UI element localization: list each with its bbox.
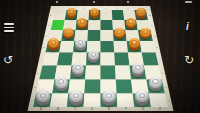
status-icon bbox=[93, 1, 95, 3]
piece-top bbox=[63, 28, 74, 37]
checkers-board[interactable]: AABBCCDDEEFFGGHH8877665544332211 bbox=[0, 0, 200, 113]
piece-ring bbox=[139, 93, 145, 99]
menu-button[interactable] bbox=[4, 23, 16, 34]
piece-top bbox=[72, 63, 84, 74]
piece-silver-c3[interactable] bbox=[72, 63, 84, 77]
piece-ring bbox=[40, 93, 46, 99]
piece-ring bbox=[106, 93, 112, 99]
piece-ring bbox=[80, 19, 85, 23]
piece-orange-h6[interactable] bbox=[140, 28, 151, 40]
piece-top bbox=[149, 77, 162, 89]
piece-orange-g7[interactable] bbox=[126, 18, 136, 30]
piece-silver-a1[interactable] bbox=[36, 90, 50, 106]
piece-top bbox=[114, 28, 125, 37]
status-icon bbox=[185, 1, 192, 3]
piece-ring bbox=[69, 10, 74, 14]
piece-ring bbox=[73, 93, 79, 99]
piece-top bbox=[55, 77, 68, 89]
piece-top bbox=[129, 38, 140, 48]
piece-orange-g5[interactable] bbox=[129, 38, 140, 51]
piece-orange-h8[interactable] bbox=[136, 8, 146, 19]
piece-ring bbox=[75, 65, 81, 70]
undo-button[interactable]: ↺ bbox=[3, 54, 13, 66]
info-icon: i bbox=[186, 21, 189, 32]
piece-orange-c7[interactable] bbox=[77, 18, 87, 30]
piece-top bbox=[135, 90, 149, 102]
piece-top bbox=[136, 8, 146, 17]
redo-button[interactable]: ↻ bbox=[184, 54, 194, 66]
status-bar bbox=[0, 0, 200, 4]
piece-ring bbox=[135, 65, 141, 70]
piece-ring bbox=[117, 30, 122, 34]
piece-ring bbox=[128, 19, 133, 23]
piece-ring bbox=[78, 40, 83, 45]
status-icon bbox=[56, 1, 58, 3]
redo-icon: ↻ bbox=[184, 53, 194, 67]
hamburger-icon bbox=[4, 27, 14, 29]
piece-orange-b8[interactable] bbox=[67, 8, 77, 19]
piece-orange-b6[interactable] bbox=[63, 28, 74, 40]
piece-ring bbox=[58, 79, 64, 84]
piece-top bbox=[140, 28, 151, 37]
app-screen: AABBCCDDEEFFGGHH8877665544332211 ↺ i ↻ bbox=[0, 0, 200, 113]
piece-orange-a5[interactable] bbox=[48, 38, 59, 51]
piece-silver-b2[interactable] bbox=[55, 77, 68, 92]
piece-top bbox=[69, 90, 83, 102]
piece-silver-e1[interactable] bbox=[102, 90, 116, 106]
info-button[interactable]: i bbox=[186, 21, 189, 32]
piece-silver-g3[interactable] bbox=[132, 63, 144, 77]
piece-silver-c5[interactable] bbox=[75, 38, 86, 51]
piece-ring bbox=[92, 10, 97, 14]
hamburger-icon bbox=[4, 23, 14, 25]
piece-top bbox=[132, 63, 144, 74]
piece-orange-d8[interactable] bbox=[90, 8, 100, 19]
status-icon bbox=[127, 1, 129, 3]
piece-ring bbox=[131, 40, 136, 45]
piece-top bbox=[36, 90, 50, 102]
piece-ring bbox=[91, 52, 97, 57]
piece-ring bbox=[66, 30, 71, 34]
piece-ring bbox=[51, 40, 56, 45]
piece-silver-h2[interactable] bbox=[149, 77, 162, 92]
piece-top bbox=[77, 18, 87, 27]
piece-ring bbox=[152, 79, 158, 84]
piece-orange-f6[interactable] bbox=[114, 28, 125, 40]
piece-top bbox=[102, 90, 116, 102]
piece-silver-d4[interactable] bbox=[88, 50, 100, 63]
hamburger-icon bbox=[4, 30, 14, 32]
piece-silver-g1[interactable] bbox=[135, 90, 149, 106]
piece-top bbox=[126, 18, 136, 27]
undo-icon: ↺ bbox=[3, 53, 13, 67]
piece-ring bbox=[143, 30, 148, 34]
piece-ring bbox=[139, 10, 144, 14]
piece-silver-c1[interactable] bbox=[69, 90, 83, 106]
